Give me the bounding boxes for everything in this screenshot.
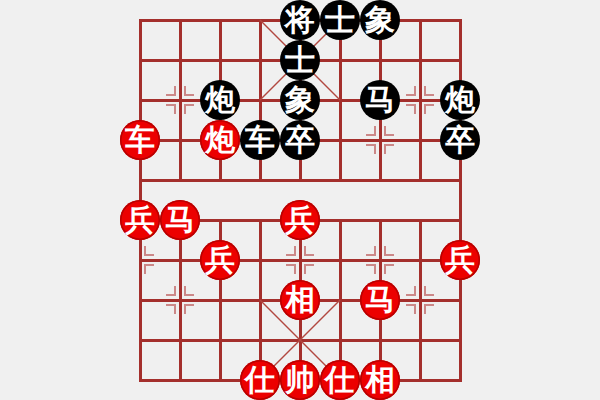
piece-black-elephant[interactable]: 象: [360, 0, 400, 40]
piece-black-soldier[interactable]: 卒: [280, 120, 320, 160]
piece-red-horse[interactable]: 马: [160, 200, 200, 240]
piece-red-soldier[interactable]: 兵: [280, 200, 320, 240]
xiangqi-board-app: 将士象士炮象马炮车卒卒车炮兵马兵兵兵相马仕帅仕相: [0, 0, 600, 400]
piece-red-advisor[interactable]: 仕: [240, 360, 280, 400]
piece-red-advisor[interactable]: 仕: [320, 360, 360, 400]
piece-red-chariot[interactable]: 车: [120, 120, 160, 160]
piece-black-soldier[interactable]: 卒: [440, 120, 480, 160]
piece-black-elephant[interactable]: 象: [280, 80, 320, 120]
piece-black-general[interactable]: 将: [280, 0, 320, 40]
piece-black-advisor[interactable]: 士: [280, 40, 320, 80]
piece-black-advisor[interactable]: 士: [320, 0, 360, 40]
piece-red-elephant[interactable]: 相: [280, 280, 320, 320]
piece-black-cannon[interactable]: 炮: [440, 80, 480, 120]
piece-red-soldier[interactable]: 兵: [440, 240, 480, 280]
piece-red-general[interactable]: 帅: [280, 360, 320, 400]
piece-red-soldier[interactable]: 兵: [200, 240, 240, 280]
piece-black-chariot[interactable]: 车: [240, 120, 280, 160]
piece-black-cannon[interactable]: 炮: [200, 80, 240, 120]
piece-red-soldier[interactable]: 兵: [120, 200, 160, 240]
piece-red-cannon[interactable]: 炮: [200, 120, 240, 160]
pieces-layer: 将士象士炮象马炮车卒卒车炮兵马兵兵兵相马仕帅仕相: [0, 0, 600, 400]
piece-red-elephant[interactable]: 相: [360, 360, 400, 400]
piece-red-horse[interactable]: 马: [360, 280, 400, 320]
piece-black-horse[interactable]: 马: [360, 80, 400, 120]
